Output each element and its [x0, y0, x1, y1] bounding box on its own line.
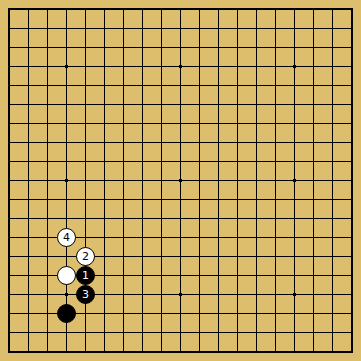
intersection-R1 — [304, 342, 323, 361]
white-stone-D7: 4 — [57, 228, 76, 247]
intersection-N3 — [228, 304, 247, 323]
intersection-K5 — [171, 266, 190, 285]
intersection-B18 — [19, 19, 38, 38]
intersection-O14 — [247, 95, 266, 114]
intersection-H9 — [133, 190, 152, 209]
intersection-J3 — [152, 304, 171, 323]
white-stone-E6: 2 — [76, 247, 95, 266]
intersection-D8 — [57, 209, 76, 228]
intersection-C13 — [38, 114, 57, 133]
intersection-K18 — [171, 19, 190, 38]
intersection-S7 — [323, 228, 342, 247]
intersection-Q3 — [285, 304, 304, 323]
intersection-N7 — [228, 228, 247, 247]
intersection-H8 — [133, 209, 152, 228]
intersection-T14 — [342, 95, 361, 114]
intersection-B12 — [19, 133, 38, 152]
go-board: 4213 — [0, 0, 361, 361]
intersection-D1 — [57, 342, 76, 361]
intersection-E4: 3 — [76, 285, 95, 304]
intersection-O1 — [247, 342, 266, 361]
intersection-M7 — [209, 228, 228, 247]
intersection-K6 — [171, 247, 190, 266]
intersection-N2 — [228, 323, 247, 342]
intersection-P7 — [266, 228, 285, 247]
intersection-R8 — [304, 209, 323, 228]
intersection-P16 — [266, 57, 285, 76]
intersection-M1 — [209, 342, 228, 361]
intersection-A5 — [0, 266, 19, 285]
intersection-D13 — [57, 114, 76, 133]
intersection-S12 — [323, 133, 342, 152]
star-point-D10 — [65, 179, 68, 182]
intersection-L19 — [190, 0, 209, 19]
intersection-S16 — [323, 57, 342, 76]
intersection-R14 — [304, 95, 323, 114]
intersection-A6 — [0, 247, 19, 266]
intersection-E9 — [76, 190, 95, 209]
intersection-C12 — [38, 133, 57, 152]
intersection-M19 — [209, 0, 228, 19]
intersection-L7 — [190, 228, 209, 247]
intersection-B13 — [19, 114, 38, 133]
intersection-H15 — [133, 76, 152, 95]
intersection-H13 — [133, 114, 152, 133]
intersection-J1 — [152, 342, 171, 361]
black-stone-D3 — [57, 304, 76, 323]
intersection-E13 — [76, 114, 95, 133]
intersection-F13 — [95, 114, 114, 133]
intersection-G7 — [114, 228, 133, 247]
intersection-A17 — [0, 38, 19, 57]
star-point-K10 — [179, 179, 182, 182]
intersection-K11 — [171, 152, 190, 171]
intersection-D9 — [57, 190, 76, 209]
intersection-R7 — [304, 228, 323, 247]
intersection-D5 — [57, 266, 76, 285]
intersection-P11 — [266, 152, 285, 171]
intersection-J13 — [152, 114, 171, 133]
star-point-K4 — [179, 293, 182, 296]
intersection-H6 — [133, 247, 152, 266]
intersection-J2 — [152, 323, 171, 342]
intersection-F12 — [95, 133, 114, 152]
intersection-G1 — [114, 342, 133, 361]
intersection-G15 — [114, 76, 133, 95]
intersection-F15 — [95, 76, 114, 95]
intersection-A1 — [0, 342, 19, 361]
intersection-C14 — [38, 95, 57, 114]
intersection-M11 — [209, 152, 228, 171]
intersection-B1 — [19, 342, 38, 361]
intersection-G10 — [114, 171, 133, 190]
intersection-J18 — [152, 19, 171, 38]
intersection-B2 — [19, 323, 38, 342]
star-point-Q16 — [293, 65, 296, 68]
intersection-O5 — [247, 266, 266, 285]
intersection-R3 — [304, 304, 323, 323]
intersection-L14 — [190, 95, 209, 114]
intersection-R12 — [304, 133, 323, 152]
intersection-Q4 — [285, 285, 304, 304]
intersection-K10 — [171, 171, 190, 190]
intersection-K13 — [171, 114, 190, 133]
intersection-G5 — [114, 266, 133, 285]
intersection-N13 — [228, 114, 247, 133]
intersection-D10 — [57, 171, 76, 190]
intersection-F7 — [95, 228, 114, 247]
intersection-T18 — [342, 19, 361, 38]
intersection-J11 — [152, 152, 171, 171]
intersection-C2 — [38, 323, 57, 342]
intersection-H4 — [133, 285, 152, 304]
intersection-H11 — [133, 152, 152, 171]
intersection-T3 — [342, 304, 361, 323]
intersection-D17 — [57, 38, 76, 57]
star-point-D4 — [65, 293, 68, 296]
intersection-A10 — [0, 171, 19, 190]
intersection-Q11 — [285, 152, 304, 171]
intersection-S11 — [323, 152, 342, 171]
intersection-M8 — [209, 209, 228, 228]
intersection-C6 — [38, 247, 57, 266]
intersection-D3 — [57, 304, 76, 323]
intersection-C1 — [38, 342, 57, 361]
intersection-C16 — [38, 57, 57, 76]
intersection-T5 — [342, 266, 361, 285]
intersection-F9 — [95, 190, 114, 209]
intersection-D16 — [57, 57, 76, 76]
intersection-P5 — [266, 266, 285, 285]
intersection-H19 — [133, 0, 152, 19]
intersection-O13 — [247, 114, 266, 133]
intersection-E18 — [76, 19, 95, 38]
intersection-E11 — [76, 152, 95, 171]
intersection-O3 — [247, 304, 266, 323]
intersection-E6: 2 — [76, 247, 95, 266]
intersection-F6 — [95, 247, 114, 266]
intersection-G2 — [114, 323, 133, 342]
intersection-D19 — [57, 0, 76, 19]
intersection-L5 — [190, 266, 209, 285]
intersection-G3 — [114, 304, 133, 323]
intersection-T7 — [342, 228, 361, 247]
intersection-H18 — [133, 19, 152, 38]
intersection-L18 — [190, 19, 209, 38]
intersection-P14 — [266, 95, 285, 114]
intersection-E2 — [76, 323, 95, 342]
black-stone-E5: 1 — [76, 266, 95, 285]
intersection-J17 — [152, 38, 171, 57]
intersection-C7 — [38, 228, 57, 247]
intersection-S17 — [323, 38, 342, 57]
intersection-O8 — [247, 209, 266, 228]
intersection-P6 — [266, 247, 285, 266]
intersection-S5 — [323, 266, 342, 285]
intersection-Q7 — [285, 228, 304, 247]
intersection-A19 — [0, 0, 19, 19]
intersection-R6 — [304, 247, 323, 266]
intersection-J8 — [152, 209, 171, 228]
intersection-G8 — [114, 209, 133, 228]
intersection-S2 — [323, 323, 342, 342]
intersection-A9 — [0, 190, 19, 209]
intersection-K4 — [171, 285, 190, 304]
intersection-Q17 — [285, 38, 304, 57]
intersection-O9 — [247, 190, 266, 209]
intersection-L1 — [190, 342, 209, 361]
intersection-N5 — [228, 266, 247, 285]
intersection-E19 — [76, 0, 95, 19]
intersection-D2 — [57, 323, 76, 342]
intersection-H7 — [133, 228, 152, 247]
intersection-F19 — [95, 0, 114, 19]
intersection-D11 — [57, 152, 76, 171]
intersection-K15 — [171, 76, 190, 95]
intersection-F4 — [95, 285, 114, 304]
intersection-M13 — [209, 114, 228, 133]
intersection-N16 — [228, 57, 247, 76]
intersection-B15 — [19, 76, 38, 95]
intersection-G16 — [114, 57, 133, 76]
intersection-K3 — [171, 304, 190, 323]
intersection-J6 — [152, 247, 171, 266]
intersection-F1 — [95, 342, 114, 361]
intersection-L13 — [190, 114, 209, 133]
intersection-T17 — [342, 38, 361, 57]
intersection-C17 — [38, 38, 57, 57]
intersection-G4 — [114, 285, 133, 304]
intersection-E10 — [76, 171, 95, 190]
intersection-N12 — [228, 133, 247, 152]
intersection-P19 — [266, 0, 285, 19]
intersection-J9 — [152, 190, 171, 209]
intersection-L11 — [190, 152, 209, 171]
intersection-D15 — [57, 76, 76, 95]
intersection-L6 — [190, 247, 209, 266]
intersection-D12 — [57, 133, 76, 152]
intersection-C8 — [38, 209, 57, 228]
intersection-L2 — [190, 323, 209, 342]
intersection-A18 — [0, 19, 19, 38]
intersection-S9 — [323, 190, 342, 209]
intersection-F3 — [95, 304, 114, 323]
intersection-L12 — [190, 133, 209, 152]
intersection-F5 — [95, 266, 114, 285]
intersection-O10 — [247, 171, 266, 190]
intersection-N9 — [228, 190, 247, 209]
intersection-J7 — [152, 228, 171, 247]
intersection-O12 — [247, 133, 266, 152]
intersection-J4 — [152, 285, 171, 304]
intersection-G14 — [114, 95, 133, 114]
intersection-Q13 — [285, 114, 304, 133]
intersection-P15 — [266, 76, 285, 95]
intersection-K17 — [171, 38, 190, 57]
intersection-H2 — [133, 323, 152, 342]
star-point-D16 — [65, 65, 68, 68]
intersection-H14 — [133, 95, 152, 114]
intersection-N17 — [228, 38, 247, 57]
intersection-O7 — [247, 228, 266, 247]
intersection-T8 — [342, 209, 361, 228]
intersection-J12 — [152, 133, 171, 152]
intersection-H12 — [133, 133, 152, 152]
intersection-G17 — [114, 38, 133, 57]
intersection-N14 — [228, 95, 247, 114]
intersection-C5 — [38, 266, 57, 285]
intersection-P8 — [266, 209, 285, 228]
intersection-B3 — [19, 304, 38, 323]
intersection-M10 — [209, 171, 228, 190]
intersection-S4 — [323, 285, 342, 304]
intersection-M12 — [209, 133, 228, 152]
intersection-M6 — [209, 247, 228, 266]
intersection-T1 — [342, 342, 361, 361]
intersection-G18 — [114, 19, 133, 38]
intersection-N10 — [228, 171, 247, 190]
intersection-H10 — [133, 171, 152, 190]
intersection-R2 — [304, 323, 323, 342]
intersection-H3 — [133, 304, 152, 323]
intersection-O11 — [247, 152, 266, 171]
intersection-N4 — [228, 285, 247, 304]
intersection-H5 — [133, 266, 152, 285]
intersection-S14 — [323, 95, 342, 114]
intersection-F14 — [95, 95, 114, 114]
intersection-C19 — [38, 0, 57, 19]
intersection-K16 — [171, 57, 190, 76]
intersection-E16 — [76, 57, 95, 76]
intersection-H17 — [133, 38, 152, 57]
intersection-R19 — [304, 0, 323, 19]
intersection-M14 — [209, 95, 228, 114]
intersection-L15 — [190, 76, 209, 95]
intersection-P1 — [266, 342, 285, 361]
intersection-T2 — [342, 323, 361, 342]
intersection-A12 — [0, 133, 19, 152]
intersection-T15 — [342, 76, 361, 95]
stone-move-number: 2 — [82, 251, 89, 262]
intersection-P17 — [266, 38, 285, 57]
intersection-B5 — [19, 266, 38, 285]
intersection-T19 — [342, 0, 361, 19]
intersection-B6 — [19, 247, 38, 266]
intersection-P2 — [266, 323, 285, 342]
intersection-B11 — [19, 152, 38, 171]
intersection-F11 — [95, 152, 114, 171]
intersection-K8 — [171, 209, 190, 228]
intersection-T12 — [342, 133, 361, 152]
intersection-S10 — [323, 171, 342, 190]
intersection-M17 — [209, 38, 228, 57]
intersection-P18 — [266, 19, 285, 38]
intersection-Q18 — [285, 19, 304, 38]
intersection-Q10 — [285, 171, 304, 190]
intersection-C15 — [38, 76, 57, 95]
intersection-A11 — [0, 152, 19, 171]
intersection-P13 — [266, 114, 285, 133]
intersection-B10 — [19, 171, 38, 190]
stone-move-number: 1 — [82, 270, 89, 281]
intersection-T4 — [342, 285, 361, 304]
intersection-A16 — [0, 57, 19, 76]
intersection-B17 — [19, 38, 38, 57]
intersection-R10 — [304, 171, 323, 190]
intersection-E3 — [76, 304, 95, 323]
intersection-S3 — [323, 304, 342, 323]
intersection-G9 — [114, 190, 133, 209]
intersection-L9 — [190, 190, 209, 209]
intersection-F2 — [95, 323, 114, 342]
intersection-S18 — [323, 19, 342, 38]
intersection-P3 — [266, 304, 285, 323]
intersection-N6 — [228, 247, 247, 266]
intersection-Q5 — [285, 266, 304, 285]
intersection-N18 — [228, 19, 247, 38]
intersection-S19 — [323, 0, 342, 19]
intersection-S6 — [323, 247, 342, 266]
intersection-S1 — [323, 342, 342, 361]
intersection-L16 — [190, 57, 209, 76]
intersection-K1 — [171, 342, 190, 361]
intersection-M18 — [209, 19, 228, 38]
intersection-T16 — [342, 57, 361, 76]
intersection-O18 — [247, 19, 266, 38]
intersection-Q2 — [285, 323, 304, 342]
intersection-L17 — [190, 38, 209, 57]
intersection-T6 — [342, 247, 361, 266]
intersection-M15 — [209, 76, 228, 95]
intersection-J10 — [152, 171, 171, 190]
intersection-T10 — [342, 171, 361, 190]
intersection-O2 — [247, 323, 266, 342]
intersection-E17 — [76, 38, 95, 57]
intersection-R16 — [304, 57, 323, 76]
intersection-N1 — [228, 342, 247, 361]
intersection-R13 — [304, 114, 323, 133]
star-point-Q10 — [293, 179, 296, 182]
intersection-A3 — [0, 304, 19, 323]
intersection-A14 — [0, 95, 19, 114]
intersection-C4 — [38, 285, 57, 304]
intersection-T13 — [342, 114, 361, 133]
intersection-R17 — [304, 38, 323, 57]
intersection-O17 — [247, 38, 266, 57]
intersection-T9 — [342, 190, 361, 209]
intersection-R9 — [304, 190, 323, 209]
intersection-J19 — [152, 0, 171, 19]
intersection-L4 — [190, 285, 209, 304]
intersection-K2 — [171, 323, 190, 342]
intersection-C10 — [38, 171, 57, 190]
intersection-G11 — [114, 152, 133, 171]
intersection-M5 — [209, 266, 228, 285]
intersection-S13 — [323, 114, 342, 133]
intersection-O6 — [247, 247, 266, 266]
intersection-F16 — [95, 57, 114, 76]
intersection-R11 — [304, 152, 323, 171]
intersection-Q1 — [285, 342, 304, 361]
intersection-Q16 — [285, 57, 304, 76]
intersection-H16 — [133, 57, 152, 76]
intersection-J5 — [152, 266, 171, 285]
intersection-H1 — [133, 342, 152, 361]
intersection-A15 — [0, 76, 19, 95]
intersection-K12 — [171, 133, 190, 152]
intersection-E8 — [76, 209, 95, 228]
intersection-Q8 — [285, 209, 304, 228]
